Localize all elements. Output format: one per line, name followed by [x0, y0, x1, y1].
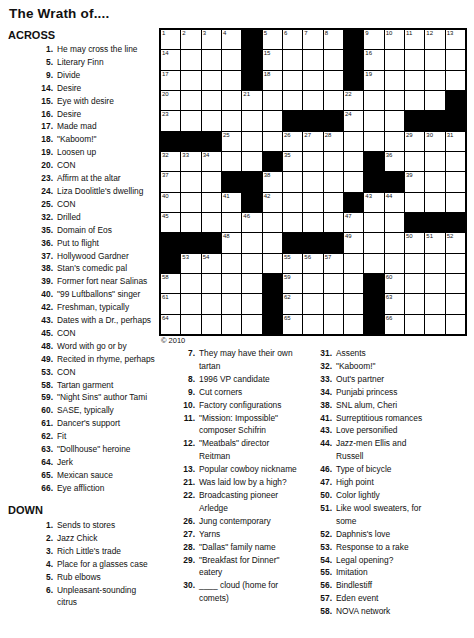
- grid-cell[interactable]: [446, 274, 465, 293]
- grid-cell[interactable]: [405, 152, 424, 171]
- cell-number: 22: [345, 91, 352, 98]
- clue-number: 53.: [316, 541, 332, 554]
- clue-text: Punjabi princess: [336, 386, 397, 399]
- grid-cell[interactable]: [202, 274, 221, 293]
- grid-cell[interactable]: [222, 315, 241, 334]
- grid-cell-black: [222, 172, 241, 191]
- cell-number: 57: [325, 254, 332, 261]
- grid-cell[interactable]: [385, 71, 404, 90]
- clue-item: 63."Dollhouse" heroine: [8, 443, 160, 456]
- clue-text: Eden event: [336, 592, 378, 605]
- cell-number: 53: [182, 254, 189, 261]
- clue-text: Love personified: [336, 424, 397, 437]
- clue-number: 25.: [8, 198, 53, 211]
- grid-cell[interactable]: [324, 315, 343, 334]
- grid-cell[interactable]: [222, 254, 241, 273]
- grid-cell[interactable]: [425, 50, 444, 69]
- clue-text: "Breakfast for Dinner" eatery: [199, 554, 279, 580]
- grid-cell[interactable]: [222, 50, 241, 69]
- grid-cell[interactable]: 3: [202, 30, 221, 49]
- grid-cell[interactable]: [446, 193, 465, 212]
- grid-cell[interactable]: [242, 132, 261, 151]
- grid-cell[interactable]: [303, 294, 322, 313]
- clue-item: 61.Dancer's support: [8, 417, 160, 430]
- grid-cell[interactable]: [425, 274, 444, 293]
- grid-cell[interactable]: 28: [324, 132, 343, 151]
- clue-item: 32.Drilled: [8, 211, 160, 224]
- grid-cell[interactable]: 22: [344, 91, 363, 110]
- grid-cell[interactable]: [385, 132, 404, 151]
- grid-cell[interactable]: [303, 50, 322, 69]
- clue-number: 55.: [316, 566, 332, 579]
- grid-cell[interactable]: [405, 91, 424, 110]
- grid-cell[interactable]: [385, 233, 404, 252]
- grid-cell[interactable]: [344, 172, 363, 191]
- clue-number: 27.: [162, 528, 195, 541]
- clue-text: Made mad: [57, 120, 97, 133]
- grid-cell[interactable]: 10: [385, 30, 404, 49]
- grid-cell[interactable]: 59: [283, 274, 302, 293]
- clue-item: 21.Was laid low by a high?: [162, 476, 314, 489]
- clue-text: Bindlestiff: [336, 579, 372, 592]
- grid-cell[interactable]: 6: [283, 30, 302, 49]
- clue-item: 9.Divide: [8, 69, 160, 82]
- cell-number: 61: [162, 294, 169, 301]
- clue-text: Jazz Chick: [57, 532, 98, 545]
- clue-item: 16.Desire: [8, 108, 160, 121]
- grid-cell[interactable]: [181, 71, 200, 90]
- grid-cell[interactable]: [364, 213, 383, 232]
- clue-text: Mexican sauce: [57, 469, 113, 482]
- grid-cell[interactable]: [344, 294, 363, 313]
- clue-text: Place for a glasses case: [57, 558, 148, 571]
- clue-item: 37.Hollywood Gardner: [8, 250, 160, 263]
- grid-cell[interactable]: [364, 111, 383, 130]
- clue-text: Former fort near Salinas: [57, 275, 147, 288]
- clue-number: 28.: [162, 541, 195, 554]
- clue-item: 29."Breakfast for Dinner" eatery: [162, 554, 314, 580]
- grid-cell[interactable]: 27: [303, 132, 322, 151]
- grid-cell[interactable]: [446, 71, 465, 90]
- grid-cell[interactable]: 54: [202, 254, 221, 273]
- grid-cell[interactable]: [385, 254, 404, 273]
- grid-cell[interactable]: 33: [181, 152, 200, 171]
- grid-cell[interactable]: [446, 294, 465, 313]
- grid-cell[interactable]: [405, 315, 424, 334]
- clue-item: 24.Liza Doolittle's dwelling: [8, 185, 160, 198]
- grid-cell[interactable]: [242, 315, 261, 334]
- cell-number: 3: [203, 30, 206, 37]
- down-clue-list-left: 1.Sends to stores2.Jazz Chick3.Rich Litt…: [8, 519, 160, 609]
- grid-cell[interactable]: [181, 111, 200, 130]
- clue-number: 30.: [162, 579, 195, 592]
- clue-text: Stan's comedic pal: [57, 262, 127, 275]
- grid-cell[interactable]: [283, 71, 302, 90]
- cell-number: 21: [243, 91, 250, 98]
- grid-cell[interactable]: [405, 274, 424, 293]
- grid-cell[interactable]: [303, 172, 322, 191]
- clue-text: Literary Finn: [57, 56, 104, 69]
- cell-number: 1: [162, 30, 165, 37]
- clue-number: 2.: [8, 532, 53, 545]
- grid-cell[interactable]: 9: [364, 30, 383, 49]
- grid-cell[interactable]: [385, 213, 404, 232]
- grid-cell[interactable]: 34: [202, 152, 221, 171]
- grid-cell[interactable]: [202, 111, 221, 130]
- grid-cell[interactable]: [202, 71, 221, 90]
- clue-item: 1.He may cross the line: [8, 43, 160, 56]
- grid-cell[interactable]: 50: [405, 233, 424, 252]
- clue-text: Eye affliction: [57, 482, 104, 495]
- grid-cell[interactable]: [303, 213, 322, 232]
- grid-cell[interactable]: 42: [263, 193, 282, 212]
- grid-cell[interactable]: [263, 254, 282, 273]
- grid-cell[interactable]: 38: [263, 172, 282, 191]
- grid-cell[interactable]: 16: [364, 50, 383, 69]
- grid-cell[interactable]: 35: [283, 152, 302, 171]
- grid-cell[interactable]: [405, 50, 424, 69]
- grid-cell[interactable]: [303, 152, 322, 171]
- grid-cell[interactable]: [425, 71, 444, 90]
- clue-number: 38.: [316, 399, 332, 412]
- clue-text: CON: [57, 198, 76, 211]
- clue-item: 25.CON: [8, 198, 160, 211]
- grid-cell[interactable]: [425, 294, 444, 313]
- cell-number: 40: [162, 193, 169, 200]
- grid-cell[interactable]: 7: [303, 30, 322, 49]
- clue-text: Rich Little's trade: [57, 545, 121, 558]
- grid-cell[interactable]: [202, 193, 221, 212]
- clue-item: 22.Broadcasting pioneer Arledge: [162, 489, 314, 515]
- grid-cell[interactable]: [324, 172, 343, 191]
- grid-cell[interactable]: [181, 91, 200, 110]
- cell-number: 13: [447, 30, 454, 37]
- clue-item: 4.Place for a glasses case: [8, 558, 160, 571]
- grid-cell[interactable]: [446, 315, 465, 334]
- clue-text: Jung contemporary: [199, 515, 271, 528]
- grid-cell[interactable]: 18: [263, 71, 282, 90]
- grid-cell[interactable]: 45: [161, 213, 180, 232]
- grid-cell[interactable]: 57: [324, 254, 343, 273]
- grid-cell[interactable]: [364, 254, 383, 273]
- grid-cell[interactable]: [222, 294, 241, 313]
- grid-cell[interactable]: [425, 315, 444, 334]
- grid-cell[interactable]: [324, 213, 343, 232]
- clue-item: 55.Imitation: [316, 566, 474, 579]
- grid-cell[interactable]: 49: [344, 233, 363, 252]
- clue-item: 30.____ cloud (home for comets): [162, 579, 314, 605]
- grid-cell[interactable]: 62: [283, 294, 302, 313]
- grid-cell[interactable]: [283, 193, 302, 212]
- grid-cell[interactable]: 51: [425, 233, 444, 252]
- grid-cell[interactable]: 47: [344, 213, 363, 232]
- grid-cell[interactable]: 15: [263, 50, 282, 69]
- grid-cell[interactable]: 8: [324, 30, 343, 49]
- clue-item: 40."99 Luftballons" singer: [8, 288, 160, 301]
- grid-cell[interactable]: [324, 294, 343, 313]
- clue-text: Out's partner: [336, 373, 384, 386]
- clue-number: 54.: [316, 554, 332, 567]
- grid-cell[interactable]: [181, 172, 200, 191]
- grid-cell[interactable]: [222, 111, 241, 130]
- grid-cell[interactable]: 25: [222, 132, 241, 151]
- grid-cell[interactable]: [324, 152, 343, 171]
- clue-text: Desire: [57, 82, 81, 95]
- clue-number: 3.: [8, 545, 53, 558]
- grid-cell[interactable]: [263, 233, 282, 252]
- grid-cell[interactable]: [283, 213, 302, 232]
- grid-cell[interactable]: [242, 254, 261, 273]
- grid-cell[interactable]: [202, 50, 221, 69]
- grid-cell[interactable]: [385, 50, 404, 69]
- down-clue-list-middle: 7.They may have their own tartan8.1996 V…: [162, 347, 314, 605]
- grid-cell[interactable]: 48: [222, 233, 241, 252]
- clue-text: Word with go or by: [57, 340, 127, 353]
- grid-cell[interactable]: [202, 294, 221, 313]
- grid-cell[interactable]: 39: [405, 172, 424, 191]
- grid-cell[interactable]: [324, 91, 343, 110]
- cell-number: 39: [406, 172, 413, 179]
- grid-cell[interactable]: [425, 254, 444, 273]
- clue-number: 53.: [8, 366, 53, 379]
- grid-cell[interactable]: [181, 315, 200, 334]
- grid-cell-black: [324, 233, 343, 252]
- grid-cell[interactable]: 66: [385, 315, 404, 334]
- clue-text: Yarns: [199, 528, 220, 541]
- grid-cell[interactable]: 61: [161, 294, 180, 313]
- clue-text: Popular cowboy nickname: [199, 463, 297, 476]
- grid-cell[interactable]: [303, 71, 322, 90]
- cell-number: 28: [325, 132, 332, 139]
- grid-cell[interactable]: 20: [161, 91, 180, 110]
- grid-cell[interactable]: [425, 152, 444, 171]
- clue-number: 13.: [162, 463, 195, 476]
- grid-cell[interactable]: [446, 152, 465, 171]
- grid-cell[interactable]: [242, 152, 261, 171]
- clue-number: 56.: [316, 579, 332, 592]
- grid-cell[interactable]: [425, 193, 444, 212]
- grid-cell[interactable]: [364, 233, 383, 252]
- grid-cell-black: [303, 111, 322, 130]
- cell-number: 56: [304, 254, 311, 261]
- grid-cell[interactable]: [181, 274, 200, 293]
- clue-number: 66.: [8, 482, 53, 495]
- clue-item: 53.Response to a rake: [316, 541, 474, 554]
- grid-cell[interactable]: 37: [161, 172, 180, 191]
- grid-cell[interactable]: 2: [181, 30, 200, 49]
- grid-cell[interactable]: [202, 315, 221, 334]
- grid-cell[interactable]: [425, 91, 444, 110]
- grid-cell[interactable]: [344, 152, 363, 171]
- grid-cell[interactable]: [222, 274, 241, 293]
- grid-cell[interactable]: 58: [161, 274, 180, 293]
- grid-cell[interactable]: [222, 91, 241, 110]
- grid-cell[interactable]: 11: [405, 30, 424, 49]
- grid-cell[interactable]: [283, 91, 302, 110]
- grid-cell-black: [242, 71, 261, 90]
- grid-cell-black: [344, 30, 363, 49]
- grid-cell[interactable]: [222, 152, 241, 171]
- grid-cell[interactable]: [344, 254, 363, 273]
- grid-cell[interactable]: 65: [283, 315, 302, 334]
- clue-number: 45.: [8, 327, 53, 340]
- clue-item: 59."Night Sins" author Tami: [8, 391, 160, 404]
- grid-cell[interactable]: [263, 213, 282, 232]
- grid-cell[interactable]: 19: [364, 71, 383, 90]
- grid-cell[interactable]: [364, 132, 383, 151]
- grid-cell[interactable]: [303, 193, 322, 212]
- grid-cell[interactable]: 43: [364, 193, 383, 212]
- grid-cell[interactable]: [263, 132, 282, 151]
- grid-cell[interactable]: [344, 315, 363, 334]
- cell-number: 46: [243, 213, 250, 220]
- cell-number: 20: [162, 91, 169, 98]
- grid-cell[interactable]: 1: [161, 30, 180, 49]
- clue-item: 66.Eye affliction: [8, 482, 160, 495]
- clue-text: Unpleasant-sounding citrus: [57, 584, 136, 610]
- grid-cell-black: [324, 111, 343, 130]
- clue-text: Tartan garment: [57, 379, 113, 392]
- clue-item: 28."Dallas" family name: [162, 541, 314, 554]
- grid-cell[interactable]: [324, 274, 343, 293]
- clue-text: Was laid low by a high?: [199, 476, 287, 489]
- grid-cell[interactable]: 17: [161, 71, 180, 90]
- clue-item: 6.Unpleasant-sounding citrus: [8, 584, 160, 610]
- grid-cell[interactable]: [202, 172, 221, 191]
- clue-number: 32.: [8, 211, 53, 224]
- grid-cell[interactable]: 31: [446, 132, 465, 151]
- grid-cell[interactable]: [263, 91, 282, 110]
- clue-text: "Meatbals" director Reitman: [199, 437, 269, 463]
- grid-cell[interactable]: [364, 91, 383, 110]
- grid-cell[interactable]: 23: [161, 111, 180, 130]
- grid-cell[interactable]: 24: [344, 111, 363, 130]
- clue-text: "Kaboom!": [57, 133, 96, 146]
- grid-cell[interactable]: [283, 50, 302, 69]
- grid-cell[interactable]: 44: [385, 193, 404, 212]
- grid-cell[interactable]: 30: [425, 132, 444, 151]
- grid-cell[interactable]: [303, 274, 322, 293]
- grid-cell[interactable]: 63: [385, 294, 404, 313]
- grid-cell[interactable]: [181, 213, 200, 232]
- grid-cell[interactable]: [181, 294, 200, 313]
- grid-cell[interactable]: 13: [446, 30, 465, 49]
- grid-cell[interactable]: [324, 193, 343, 212]
- clue-number: 6.: [8, 584, 53, 597]
- cell-number: 8: [325, 30, 328, 37]
- grid-cell[interactable]: [222, 213, 241, 232]
- grid-cell[interactable]: 53: [181, 254, 200, 273]
- grid-cell[interactable]: [344, 132, 363, 151]
- grid-cell[interactable]: [405, 254, 424, 273]
- grid-cell[interactable]: [405, 294, 424, 313]
- cell-number: 50: [406, 233, 413, 240]
- clue-text: Type of bicycle: [336, 463, 391, 476]
- grid-cell[interactable]: [202, 91, 221, 110]
- grid-cell[interactable]: [283, 172, 302, 191]
- cell-number: 15: [264, 50, 271, 57]
- clue-text: Factory configurations: [199, 399, 281, 412]
- clue-text: Jazz-men Ellis and Russell: [336, 437, 406, 463]
- grid-cell[interactable]: 26: [283, 132, 302, 151]
- clue-number: 43.: [8, 314, 53, 327]
- grid-cell[interactable]: 21: [242, 91, 261, 110]
- grid-cell[interactable]: [446, 50, 465, 69]
- grid-cell[interactable]: 55: [283, 254, 302, 273]
- grid-cell[interactable]: [324, 71, 343, 90]
- clue-text: Sends to stores: [57, 519, 115, 532]
- grid-cell[interactable]: 56: [303, 254, 322, 273]
- grid-cell[interactable]: 60: [385, 274, 404, 293]
- clue-item: 57.Eden event: [316, 592, 474, 605]
- down-section: DOWN 1.Sends to stores2.Jazz Chick3.Rich…: [8, 504, 160, 609]
- grid-cell[interactable]: [385, 91, 404, 110]
- grid-cell[interactable]: [303, 315, 322, 334]
- clue-item: 31.Assents: [316, 347, 474, 360]
- clue-item: 20.CON: [8, 159, 160, 172]
- grid-cell[interactable]: [385, 111, 404, 130]
- grid-cell[interactable]: [181, 50, 200, 69]
- clue-item: 15.Eye with desire: [8, 95, 160, 108]
- clue-item: 35.Domain of Eos: [8, 224, 160, 237]
- grid-cell[interactable]: [263, 111, 282, 130]
- grid-cell[interactable]: [242, 111, 261, 130]
- grid-cell[interactable]: [324, 50, 343, 69]
- clue-number: 60.: [8, 404, 53, 417]
- grid-cell[interactable]: 4: [222, 30, 241, 49]
- across-clue-list: 1.He may cross the line5.Literary Finn9.…: [8, 43, 160, 495]
- grid-cell[interactable]: 41: [222, 193, 241, 212]
- down-clue-list-right: 31.Assents32."Kaboom!"33.Out's partner34…: [316, 347, 474, 618]
- grid-cell[interactable]: 52: [446, 233, 465, 252]
- clue-number: 9.: [8, 69, 53, 82]
- clue-item: 8.1996 VP candidate: [162, 373, 314, 386]
- grid-cell[interactable]: [446, 172, 465, 191]
- cell-number: 7: [304, 30, 307, 37]
- grid-cell[interactable]: [242, 294, 261, 313]
- clue-number: 52.: [316, 528, 332, 541]
- grid-cell[interactable]: 64: [161, 315, 180, 334]
- grid-cell[interactable]: 32: [161, 152, 180, 171]
- grid-cell[interactable]: [425, 172, 444, 191]
- grid-cell[interactable]: [181, 193, 200, 212]
- grid-cell[interactable]: [303, 91, 322, 110]
- grid-cell[interactable]: [202, 213, 221, 232]
- cell-number: 48: [223, 233, 230, 240]
- cell-number: 23: [162, 111, 169, 118]
- grid-cell[interactable]: [242, 274, 261, 293]
- grid-cell[interactable]: [222, 71, 241, 90]
- grid-cell[interactable]: 5: [263, 30, 282, 49]
- grid-cell[interactable]: 12: [425, 30, 444, 49]
- clue-text: CON: [57, 366, 76, 379]
- grid-cell[interactable]: 40: [161, 193, 180, 212]
- grid-cell[interactable]: 14: [161, 50, 180, 69]
- grid-cell[interactable]: 36: [385, 152, 404, 171]
- clue-text: Assents: [336, 347, 366, 360]
- grid-cell[interactable]: [405, 71, 424, 90]
- clue-number: 43.: [316, 424, 332, 437]
- grid-cell[interactable]: [405, 193, 424, 212]
- grid-cell[interactable]: [446, 254, 465, 273]
- grid-cell-black: [181, 233, 200, 252]
- clue-number: 4.: [8, 558, 53, 571]
- cell-number: 47: [345, 213, 352, 220]
- grid-cell[interactable]: [242, 233, 261, 252]
- grid-cell[interactable]: [344, 274, 363, 293]
- grid-cell[interactable]: 46: [242, 213, 261, 232]
- grid-cell[interactable]: 29: [405, 132, 424, 151]
